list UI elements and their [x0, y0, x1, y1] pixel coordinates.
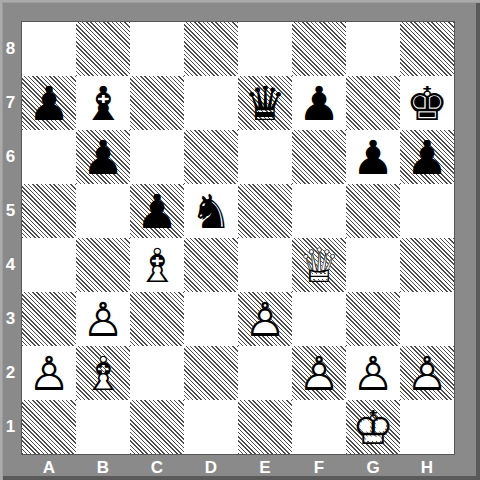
- file-label-A: A: [22, 455, 76, 479]
- black-bishop-glyph: ♝: [82, 80, 124, 127]
- file-label-B: B: [76, 455, 130, 479]
- square-d1[interactable]: [184, 400, 238, 454]
- square-a3[interactable]: [22, 292, 76, 346]
- square-h6[interactable]: ♟: [400, 130, 454, 184]
- square-h3[interactable]: [400, 292, 454, 346]
- square-g2[interactable]: ♟♙: [346, 346, 400, 400]
- file-label-D: D: [184, 455, 238, 479]
- square-a8[interactable]: [22, 22, 76, 76]
- black-pawn-glyph: ♟: [28, 80, 70, 127]
- white-pawn-glyph: ♙: [352, 350, 394, 397]
- square-a5[interactable]: [22, 184, 76, 238]
- square-a6[interactable]: [22, 130, 76, 184]
- piece-white-bishop[interactable]: ♝♗: [76, 346, 130, 400]
- square-a7[interactable]: ♟: [22, 76, 76, 130]
- piece-black-pawn[interactable]: ♟: [292, 76, 346, 130]
- black-pawn-glyph: ♟: [406, 134, 448, 181]
- rank-label-3: 3: [0, 308, 21, 330]
- square-c8[interactable]: [130, 22, 184, 76]
- rank-label-4: 4: [0, 254, 21, 276]
- square-b1[interactable]: [76, 400, 130, 454]
- rank-label-7: 7: [0, 92, 21, 114]
- piece-black-pawn[interactable]: ♟: [346, 130, 400, 184]
- square-c5[interactable]: ♟: [130, 184, 184, 238]
- square-d6[interactable]: [184, 130, 238, 184]
- square-e3[interactable]: ♟♙: [238, 292, 292, 346]
- black-pawn-glyph: ♟: [298, 80, 340, 127]
- square-d4[interactable]: [184, 238, 238, 292]
- piece-white-pawn[interactable]: ♟♙: [346, 346, 400, 400]
- black-pawn-glyph: ♟: [352, 134, 394, 181]
- black-king-glyph: ♚: [406, 80, 448, 127]
- square-b8[interactable]: [76, 22, 130, 76]
- rank-label-5: 5: [0, 200, 21, 222]
- piece-white-pawn[interactable]: ♟♙: [292, 346, 346, 400]
- file-label-E: E: [238, 455, 292, 479]
- white-pawn-glyph: ♙: [298, 350, 340, 397]
- piece-white-queen[interactable]: ♛♕: [292, 238, 346, 292]
- rank-label-8: 8: [0, 38, 21, 60]
- square-d7[interactable]: [184, 76, 238, 130]
- rank-label-6: 6: [0, 146, 21, 168]
- square-f7[interactable]: ♟: [292, 76, 346, 130]
- square-f4[interactable]: ♛♕: [292, 238, 346, 292]
- square-a2[interactable]: ♟♙: [22, 346, 76, 400]
- square-b3[interactable]: ♟♙: [76, 292, 130, 346]
- piece-white-pawn[interactable]: ♟♙: [238, 292, 292, 346]
- white-bishop-glyph: ♗: [82, 350, 124, 397]
- piece-black-bishop[interactable]: ♝: [76, 76, 130, 130]
- square-f1[interactable]: [292, 400, 346, 454]
- square-c7[interactable]: [130, 76, 184, 130]
- rank-label-2: 2: [0, 362, 21, 384]
- piece-black-pawn[interactable]: ♟: [400, 130, 454, 184]
- square-a1[interactable]: [22, 400, 76, 454]
- white-pawn-glyph: ♙: [244, 296, 286, 343]
- black-queen-glyph: ♛: [244, 80, 286, 127]
- square-b2[interactable]: ♝♗: [76, 346, 130, 400]
- square-g7[interactable]: [346, 76, 400, 130]
- square-e7[interactable]: ♛: [238, 76, 292, 130]
- piece-white-bishop[interactable]: ♝♗: [130, 238, 184, 292]
- square-d5[interactable]: ♞: [184, 184, 238, 238]
- white-pawn-glyph: ♙: [28, 350, 70, 397]
- black-knight-glyph: ♞: [190, 188, 232, 235]
- square-d2[interactable]: [184, 346, 238, 400]
- square-h4[interactable]: [400, 238, 454, 292]
- square-f6[interactable]: [292, 130, 346, 184]
- square-f2[interactable]: ♟♙: [292, 346, 346, 400]
- rank-label-1: 1: [0, 416, 21, 438]
- square-e8[interactable]: [238, 22, 292, 76]
- piece-black-pawn[interactable]: ♟: [22, 76, 76, 130]
- piece-white-king[interactable]: ♚♔: [346, 400, 400, 454]
- black-pawn-glyph: ♟: [82, 134, 124, 181]
- square-b5[interactable]: [76, 184, 130, 238]
- white-pawn-glyph: ♙: [406, 350, 448, 397]
- square-h2[interactable]: ♟♙: [400, 346, 454, 400]
- square-h7[interactable]: ♚: [400, 76, 454, 130]
- white-pawn-glyph: ♙: [82, 296, 124, 343]
- square-g8[interactable]: [346, 22, 400, 76]
- square-g1[interactable]: ♚♔: [346, 400, 400, 454]
- piece-black-knight[interactable]: ♞: [184, 184, 238, 238]
- square-b7[interactable]: ♝: [76, 76, 130, 130]
- white-bishop-glyph: ♗: [136, 242, 178, 289]
- piece-black-pawn[interactable]: ♟: [130, 184, 184, 238]
- square-e6[interactable]: [238, 130, 292, 184]
- file-label-C: C: [130, 455, 184, 479]
- piece-white-pawn[interactable]: ♟♙: [76, 292, 130, 346]
- square-c4[interactable]: ♝♗: [130, 238, 184, 292]
- square-f5[interactable]: [292, 184, 346, 238]
- square-b6[interactable]: ♟: [76, 130, 130, 184]
- piece-white-pawn[interactable]: ♟♙: [22, 346, 76, 400]
- chess-board: ♟♝♛♟♚♟♟♟♟♞♝♗♛♕♟♙♟♙♟♙♝♗♟♙♟♙♟♙♚♔: [21, 21, 455, 455]
- square-c6[interactable]: [130, 130, 184, 184]
- square-f3[interactable]: [292, 292, 346, 346]
- square-h5[interactable]: [400, 184, 454, 238]
- file-label-H: H: [400, 455, 454, 479]
- square-g6[interactable]: ♟: [346, 130, 400, 184]
- square-g3[interactable]: [346, 292, 400, 346]
- square-f8[interactable]: [292, 22, 346, 76]
- square-c2[interactable]: [130, 346, 184, 400]
- square-e1[interactable]: [238, 400, 292, 454]
- square-e5[interactable]: [238, 184, 292, 238]
- square-b4[interactable]: [76, 238, 130, 292]
- square-h1[interactable]: [400, 400, 454, 454]
- square-g4[interactable]: [346, 238, 400, 292]
- black-pawn-glyph: ♟: [136, 188, 178, 235]
- piece-black-queen[interactable]: ♛: [238, 76, 292, 130]
- square-e2[interactable]: [238, 346, 292, 400]
- square-d3[interactable]: [184, 292, 238, 346]
- file-label-F: F: [292, 455, 346, 479]
- file-label-G: G: [346, 455, 400, 479]
- piece-black-pawn[interactable]: ♟: [76, 130, 130, 184]
- square-g5[interactable]: [346, 184, 400, 238]
- white-king-glyph: ♔: [352, 404, 394, 451]
- square-a4[interactable]: [22, 238, 76, 292]
- square-c3[interactable]: [130, 292, 184, 346]
- square-e4[interactable]: [238, 238, 292, 292]
- square-d8[interactable]: [184, 22, 238, 76]
- square-h8[interactable]: [400, 22, 454, 76]
- piece-black-king[interactable]: ♚: [400, 76, 454, 130]
- square-c1[interactable]: [130, 400, 184, 454]
- piece-white-pawn[interactable]: ♟♙: [400, 346, 454, 400]
- white-queen-glyph: ♕: [298, 242, 340, 289]
